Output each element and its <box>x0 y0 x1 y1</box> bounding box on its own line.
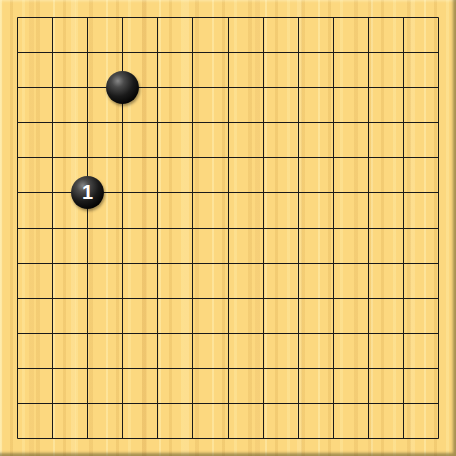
intersection[interactable] <box>140 210 175 245</box>
intersection[interactable] <box>210 246 245 281</box>
intersection[interactable] <box>386 105 421 140</box>
intersection[interactable] <box>140 281 175 316</box>
intersection[interactable] <box>35 386 70 421</box>
intersection[interactable] <box>281 386 316 421</box>
intersection[interactable] <box>140 105 175 140</box>
intersection[interactable] <box>0 316 35 351</box>
intersection[interactable] <box>210 0 245 35</box>
intersection[interactable] <box>140 70 175 105</box>
intersection[interactable] <box>246 210 281 245</box>
intersection[interactable] <box>140 246 175 281</box>
intersection[interactable] <box>351 140 386 175</box>
intersection[interactable] <box>316 316 351 351</box>
intersection[interactable] <box>35 140 70 175</box>
intersection[interactable] <box>351 0 386 35</box>
intersection[interactable] <box>281 316 316 351</box>
intersection[interactable] <box>0 210 35 245</box>
intersection[interactable] <box>105 351 140 386</box>
intersection[interactable] <box>0 246 35 281</box>
intersection[interactable] <box>246 246 281 281</box>
intersection[interactable] <box>35 246 70 281</box>
intersection[interactable] <box>175 0 210 35</box>
intersection[interactable] <box>281 70 316 105</box>
intersection[interactable] <box>35 281 70 316</box>
intersection[interactable] <box>316 421 351 456</box>
intersection[interactable] <box>105 70 140 105</box>
intersection[interactable] <box>246 281 281 316</box>
intersection[interactable] <box>281 351 316 386</box>
intersection[interactable] <box>386 421 421 456</box>
intersection[interactable] <box>246 140 281 175</box>
intersection[interactable] <box>140 175 175 210</box>
intersection[interactable] <box>421 35 456 70</box>
intersection[interactable] <box>0 70 35 105</box>
intersection[interactable] <box>386 351 421 386</box>
intersection[interactable] <box>175 70 210 105</box>
intersection[interactable] <box>246 386 281 421</box>
intersection[interactable] <box>316 281 351 316</box>
intersection[interactable] <box>105 386 140 421</box>
intersection[interactable] <box>35 421 70 456</box>
intersection[interactable] <box>0 421 35 456</box>
intersection[interactable] <box>0 105 35 140</box>
intersection[interactable] <box>70 140 105 175</box>
intersection[interactable] <box>35 316 70 351</box>
intersection[interactable] <box>246 421 281 456</box>
intersection[interactable] <box>210 316 245 351</box>
intersection[interactable] <box>421 351 456 386</box>
intersection[interactable] <box>0 281 35 316</box>
intersection[interactable] <box>70 316 105 351</box>
intersection[interactable] <box>281 281 316 316</box>
intersection[interactable] <box>175 386 210 421</box>
intersection[interactable] <box>0 351 35 386</box>
black-stone <box>106 71 139 104</box>
intersection[interactable] <box>0 175 35 210</box>
intersection[interactable] <box>351 35 386 70</box>
intersection[interactable] <box>316 351 351 386</box>
intersection[interactable] <box>105 210 140 245</box>
intersection[interactable] <box>210 386 245 421</box>
intersection[interactable] <box>105 105 140 140</box>
intersection[interactable] <box>316 210 351 245</box>
intersection[interactable] <box>421 140 456 175</box>
board-intersections: 1 <box>0 0 456 456</box>
intersection[interactable] <box>0 35 35 70</box>
intersection[interactable] <box>351 351 386 386</box>
black-stone-move-1: 1 <box>71 176 104 209</box>
intersection[interactable] <box>246 316 281 351</box>
intersection[interactable] <box>175 246 210 281</box>
intersection[interactable] <box>105 316 140 351</box>
intersection[interactable] <box>281 105 316 140</box>
intersection[interactable] <box>105 0 140 35</box>
intersection[interactable] <box>246 105 281 140</box>
intersection[interactable] <box>140 140 175 175</box>
intersection[interactable] <box>281 175 316 210</box>
intersection[interactable] <box>175 421 210 456</box>
intersection[interactable] <box>386 70 421 105</box>
intersection[interactable] <box>35 210 70 245</box>
intersection[interactable] <box>35 351 70 386</box>
intersection[interactable] <box>351 316 386 351</box>
intersection[interactable] <box>140 351 175 386</box>
intersection[interactable] <box>70 0 105 35</box>
intersection[interactable] <box>386 35 421 70</box>
intersection[interactable] <box>105 175 140 210</box>
intersection[interactable] <box>35 105 70 140</box>
intersection[interactable] <box>386 210 421 245</box>
intersection[interactable] <box>316 35 351 70</box>
intersection[interactable] <box>281 140 316 175</box>
intersection[interactable] <box>175 210 210 245</box>
intersection[interactable] <box>386 175 421 210</box>
intersection[interactable] <box>70 35 105 70</box>
intersection[interactable] <box>210 175 245 210</box>
intersection[interactable] <box>210 140 245 175</box>
intersection[interactable] <box>140 421 175 456</box>
intersection[interactable] <box>281 246 316 281</box>
intersection[interactable] <box>70 351 105 386</box>
intersection[interactable] <box>175 175 210 210</box>
intersection[interactable] <box>140 35 175 70</box>
intersection[interactable] <box>35 0 70 35</box>
intersection[interactable] <box>140 316 175 351</box>
intersection[interactable] <box>246 351 281 386</box>
intersection[interactable] <box>281 421 316 456</box>
intersection[interactable] <box>105 35 140 70</box>
intersection[interactable] <box>210 210 245 245</box>
intersection[interactable] <box>246 0 281 35</box>
intersection[interactable] <box>281 210 316 245</box>
intersection[interactable] <box>421 386 456 421</box>
intersection[interactable] <box>246 175 281 210</box>
intersection[interactable] <box>70 386 105 421</box>
intersection[interactable] <box>386 246 421 281</box>
intersection[interactable] <box>70 246 105 281</box>
intersection[interactable] <box>210 105 245 140</box>
intersection[interactable] <box>316 0 351 35</box>
intersection[interactable] <box>140 386 175 421</box>
intersection[interactable] <box>351 175 386 210</box>
intersection[interactable] <box>421 281 456 316</box>
intersection[interactable] <box>105 281 140 316</box>
intersection[interactable] <box>351 421 386 456</box>
intersection[interactable] <box>175 140 210 175</box>
intersection[interactable] <box>35 175 70 210</box>
intersection[interactable] <box>70 210 105 245</box>
intersection[interactable] <box>421 246 456 281</box>
intersection[interactable] <box>210 35 245 70</box>
intersection[interactable] <box>246 70 281 105</box>
intersection[interactable] <box>351 70 386 105</box>
intersection[interactable] <box>351 246 386 281</box>
intersection[interactable] <box>175 316 210 351</box>
intersection[interactable] <box>316 105 351 140</box>
intersection[interactable] <box>210 70 245 105</box>
intersection[interactable] <box>246 35 281 70</box>
intersection[interactable] <box>210 351 245 386</box>
intersection[interactable] <box>316 386 351 421</box>
intersection[interactable] <box>175 281 210 316</box>
intersection[interactable] <box>0 140 35 175</box>
go-board: 1 <box>0 0 456 456</box>
intersection[interactable] <box>281 35 316 70</box>
intersection[interactable] <box>35 35 70 70</box>
intersection[interactable] <box>421 70 456 105</box>
intersection[interactable] <box>316 70 351 105</box>
intersection[interactable] <box>0 0 35 35</box>
intersection[interactable] <box>386 140 421 175</box>
intersection[interactable] <box>105 246 140 281</box>
intersection[interactable] <box>386 316 421 351</box>
intersection[interactable] <box>0 386 35 421</box>
move-number-label: 1 <box>82 182 93 202</box>
intersection[interactable]: 1 <box>70 175 105 210</box>
intersection[interactable] <box>421 175 456 210</box>
intersection[interactable] <box>386 386 421 421</box>
intersection[interactable] <box>316 246 351 281</box>
intersection[interactable] <box>351 281 386 316</box>
intersection[interactable] <box>175 35 210 70</box>
intersection[interactable] <box>421 105 456 140</box>
intersection[interactable] <box>175 105 210 140</box>
intersection[interactable] <box>386 0 421 35</box>
intersection[interactable] <box>105 140 140 175</box>
intersection[interactable] <box>70 105 105 140</box>
intersection[interactable] <box>35 70 70 105</box>
intersection[interactable] <box>175 351 210 386</box>
intersection[interactable] <box>386 281 421 316</box>
intersection[interactable] <box>316 175 351 210</box>
intersection[interactable] <box>210 281 245 316</box>
intersection[interactable] <box>421 421 456 456</box>
intersection[interactable] <box>210 421 245 456</box>
intersection[interactable] <box>281 0 316 35</box>
intersection[interactable] <box>70 421 105 456</box>
intersection[interactable] <box>140 0 175 35</box>
intersection[interactable] <box>70 70 105 105</box>
intersection[interactable] <box>70 281 105 316</box>
intersection[interactable] <box>316 140 351 175</box>
intersection[interactable] <box>421 0 456 35</box>
intersection[interactable] <box>351 105 386 140</box>
intersection[interactable] <box>105 421 140 456</box>
intersection[interactable] <box>421 316 456 351</box>
intersection[interactable] <box>351 210 386 245</box>
intersection[interactable] <box>421 210 456 245</box>
intersection[interactable] <box>351 386 386 421</box>
